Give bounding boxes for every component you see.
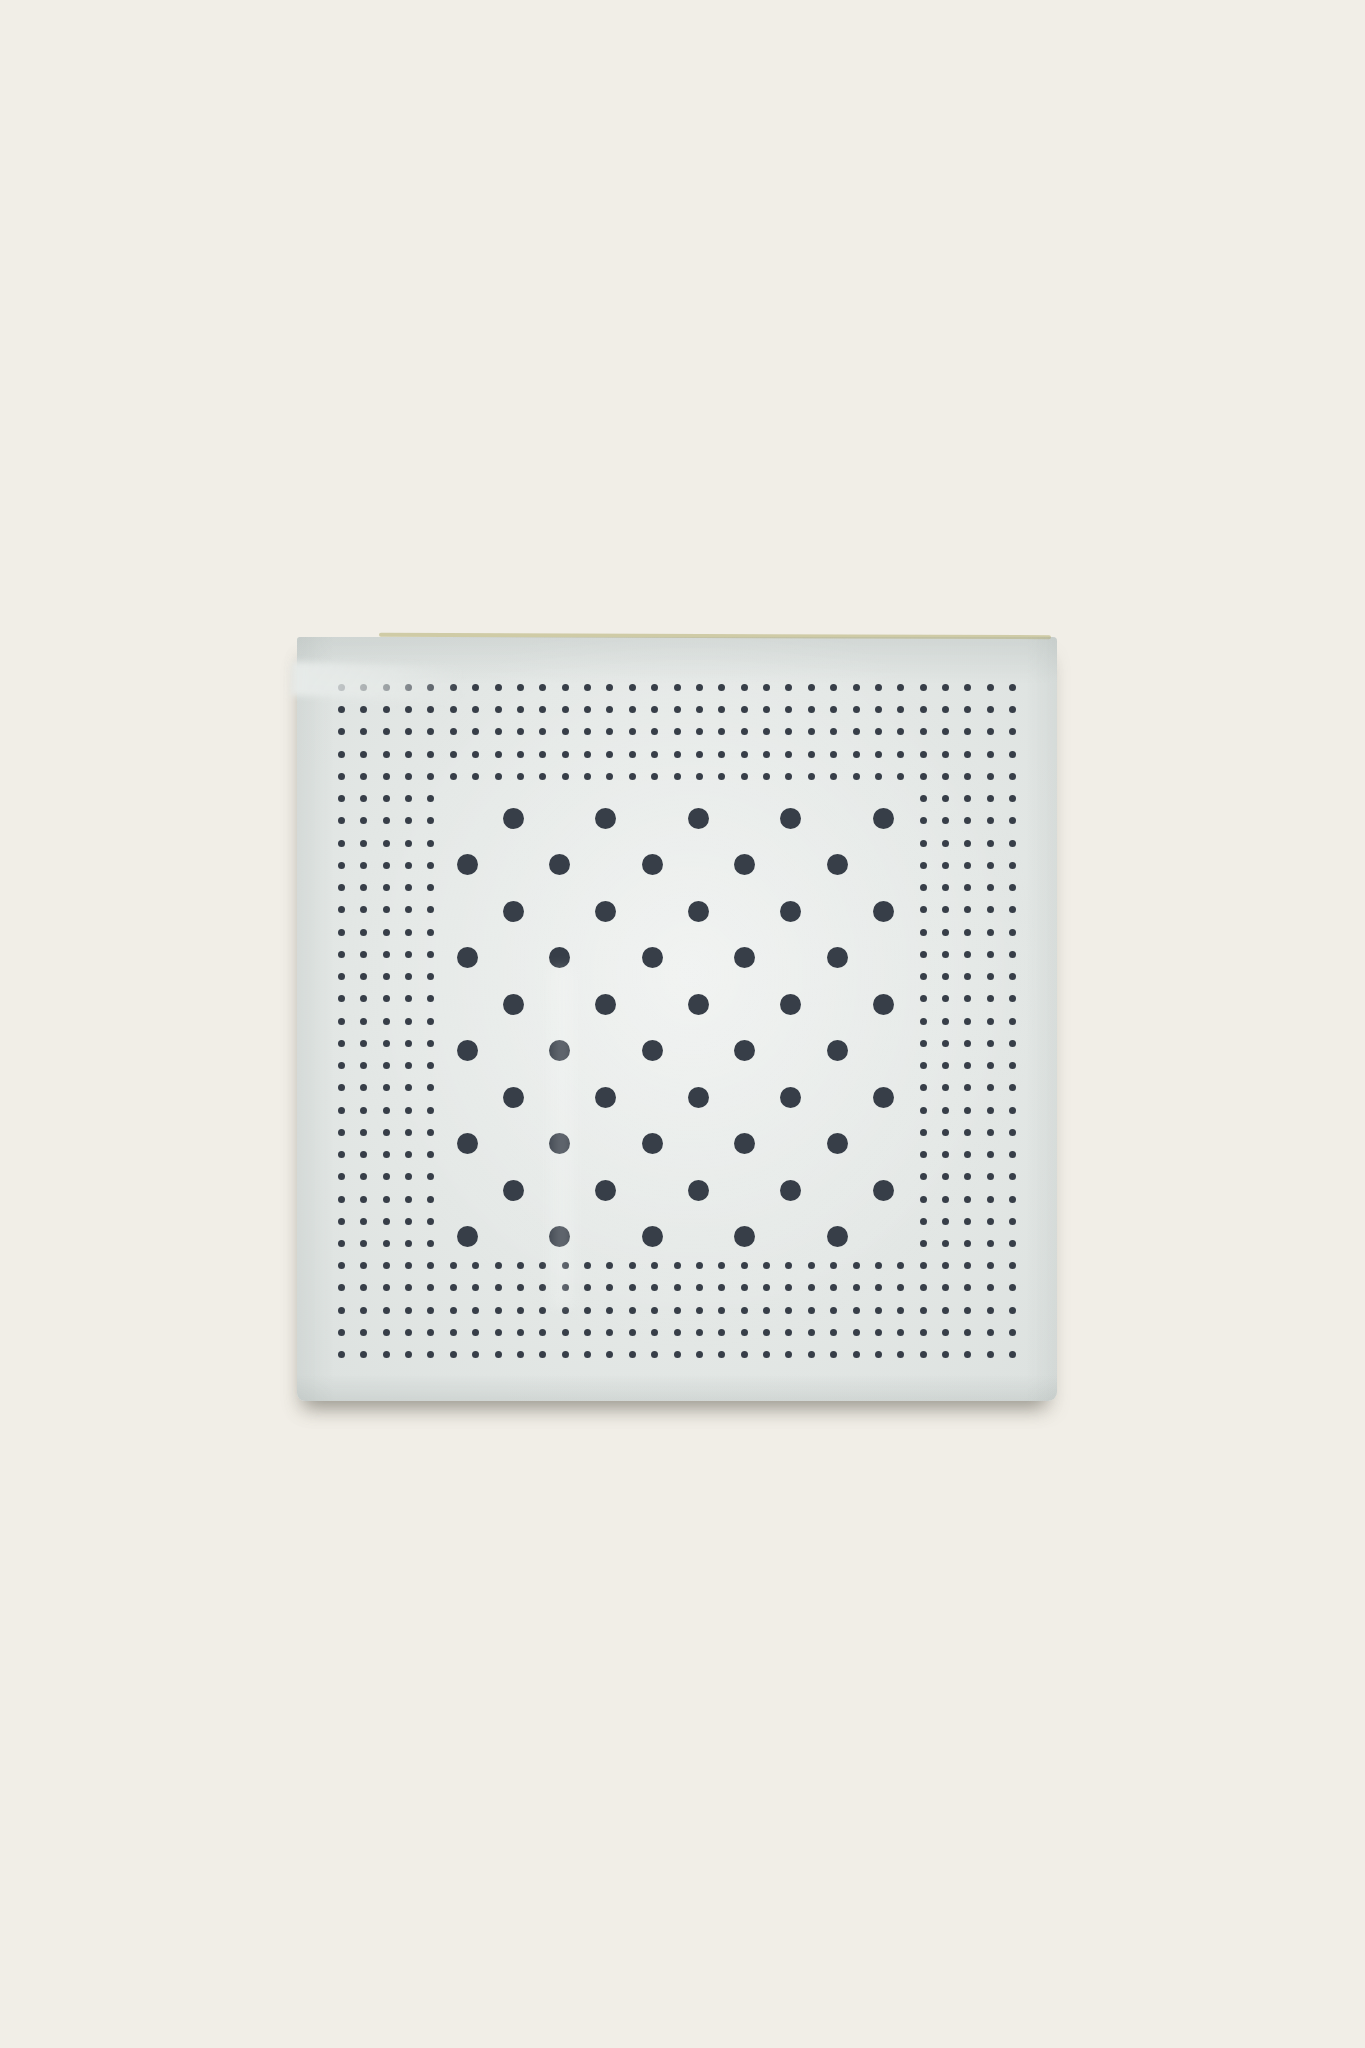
small-dot	[718, 751, 725, 758]
small-dot	[539, 773, 546, 780]
small-dot	[853, 1262, 860, 1269]
small-dot	[360, 795, 367, 802]
large-dot	[827, 1133, 848, 1154]
small-dot	[696, 773, 703, 780]
small-dot	[629, 1284, 636, 1291]
large-dot	[549, 1226, 570, 1247]
small-dot	[517, 728, 524, 735]
small-dot	[897, 1262, 904, 1269]
small-dot	[405, 773, 412, 780]
large-dot	[780, 901, 801, 922]
small-dot	[964, 906, 971, 913]
small-dot	[718, 1351, 725, 1358]
small-dot	[741, 1307, 748, 1314]
large-dot	[595, 808, 616, 829]
small-dot	[584, 684, 591, 691]
small-dot	[427, 817, 434, 824]
small-dot	[338, 684, 345, 691]
small-dot	[741, 751, 748, 758]
small-dot	[539, 1351, 546, 1358]
small-dot	[964, 862, 971, 869]
small-dot	[1009, 1107, 1016, 1114]
small-dot	[785, 706, 792, 713]
small-dot	[987, 1351, 994, 1358]
small-dot	[338, 1351, 345, 1358]
small-dot	[651, 1262, 658, 1269]
small-dot	[338, 1129, 345, 1136]
small-dot	[875, 684, 882, 691]
small-dot	[942, 1040, 949, 1047]
small-dot	[964, 817, 971, 824]
small-dot	[808, 1262, 815, 1269]
small-dot	[606, 1307, 613, 1314]
small-dot	[383, 1173, 390, 1180]
small-dot	[405, 1351, 412, 1358]
small-dot	[920, 751, 927, 758]
small-dot	[987, 706, 994, 713]
small-dot	[383, 1307, 390, 1314]
small-dot	[942, 706, 949, 713]
small-dot	[987, 1018, 994, 1025]
small-dot	[383, 1129, 390, 1136]
small-dot	[383, 728, 390, 735]
small-dot	[964, 840, 971, 847]
small-dot	[987, 728, 994, 735]
small-dot	[987, 1084, 994, 1091]
small-dot	[383, 1218, 390, 1225]
large-dot	[457, 854, 478, 875]
small-dot	[405, 1329, 412, 1336]
small-dot	[964, 1307, 971, 1314]
small-dot	[920, 1173, 927, 1180]
small-dot	[360, 1107, 367, 1114]
small-dot	[360, 840, 367, 847]
small-dot	[987, 1240, 994, 1247]
small-dot	[1009, 773, 1016, 780]
small-dot	[539, 706, 546, 713]
small-dot	[1009, 973, 1016, 980]
small-dot	[987, 884, 994, 891]
small-dot	[853, 728, 860, 735]
small-dot	[562, 1307, 569, 1314]
small-dot	[875, 1284, 882, 1291]
small-dot	[942, 862, 949, 869]
small-dot	[360, 817, 367, 824]
small-dot	[920, 995, 927, 1002]
large-dot	[827, 1226, 848, 1247]
small-dot	[964, 1329, 971, 1336]
small-dot	[405, 1307, 412, 1314]
small-dot	[942, 929, 949, 936]
small-dot	[427, 1129, 434, 1136]
small-dot	[897, 1351, 904, 1358]
small-dot	[942, 773, 949, 780]
small-dot	[405, 1218, 412, 1225]
small-dot	[405, 795, 412, 802]
small-dot	[1009, 951, 1016, 958]
small-dot	[763, 1329, 770, 1336]
small-dot	[964, 1351, 971, 1358]
large-dot	[595, 1180, 616, 1201]
small-dot	[629, 751, 636, 758]
small-dot	[360, 862, 367, 869]
small-dot	[629, 1307, 636, 1314]
small-dot	[987, 995, 994, 1002]
small-dot	[808, 1329, 815, 1336]
small-dot	[405, 973, 412, 980]
small-dot	[785, 1284, 792, 1291]
small-dot	[741, 1262, 748, 1269]
small-dot	[383, 973, 390, 980]
small-dot	[383, 1040, 390, 1047]
small-dot	[450, 1262, 457, 1269]
small-dot	[942, 884, 949, 891]
small-dot	[808, 728, 815, 735]
large-dot	[827, 1040, 848, 1061]
small-dot	[830, 1262, 837, 1269]
small-dot	[562, 706, 569, 713]
small-dot	[830, 751, 837, 758]
small-dot	[562, 728, 569, 735]
small-dot	[539, 1329, 546, 1336]
small-dot	[383, 1351, 390, 1358]
small-dot	[987, 862, 994, 869]
small-dot	[338, 906, 345, 913]
small-dot	[383, 1084, 390, 1091]
small-dot	[785, 1307, 792, 1314]
small-dot	[360, 728, 367, 735]
small-dot	[875, 1307, 882, 1314]
small-dot	[584, 751, 591, 758]
small-dot	[920, 1262, 927, 1269]
product-photo-canvas	[0, 0, 1365, 2048]
small-dot	[472, 684, 479, 691]
small-dot	[920, 773, 927, 780]
small-dot	[1009, 817, 1016, 824]
small-dot	[495, 773, 502, 780]
small-dot	[763, 1351, 770, 1358]
large-dot	[503, 808, 524, 829]
small-dot	[651, 706, 658, 713]
small-dot	[495, 1284, 502, 1291]
small-dot	[495, 1329, 502, 1336]
small-dot	[360, 684, 367, 691]
small-dot	[405, 1173, 412, 1180]
small-dot	[360, 1018, 367, 1025]
small-dot	[517, 684, 524, 691]
large-dot	[503, 994, 524, 1015]
small-dot	[427, 1173, 434, 1180]
large-dot	[503, 1087, 524, 1108]
small-dot	[763, 1284, 770, 1291]
small-dot	[942, 1329, 949, 1336]
small-dot	[338, 1218, 345, 1225]
small-dot	[808, 1351, 815, 1358]
small-dot	[427, 1218, 434, 1225]
small-dot	[987, 751, 994, 758]
small-dot	[472, 773, 479, 780]
small-dot	[517, 751, 524, 758]
small-dot	[696, 728, 703, 735]
small-dot	[808, 1307, 815, 1314]
small-dot	[1009, 1151, 1016, 1158]
small-dot	[405, 1129, 412, 1136]
small-dot	[539, 1262, 546, 1269]
small-dot	[741, 1351, 748, 1358]
small-dot	[405, 906, 412, 913]
small-dot	[920, 1018, 927, 1025]
small-dot	[606, 1329, 613, 1336]
small-dot	[897, 1307, 904, 1314]
small-dot	[427, 1196, 434, 1203]
small-dot	[338, 728, 345, 735]
small-dot	[920, 973, 927, 980]
small-dot	[830, 1284, 837, 1291]
small-dot	[942, 1107, 949, 1114]
small-dot	[606, 684, 613, 691]
small-dot	[920, 1329, 927, 1336]
small-dot	[987, 1129, 994, 1136]
small-dot	[338, 795, 345, 802]
small-dot	[427, 795, 434, 802]
small-dot	[920, 929, 927, 936]
small-dot	[853, 1351, 860, 1358]
small-dot	[853, 1307, 860, 1314]
small-dot	[360, 951, 367, 958]
small-dot	[450, 751, 457, 758]
small-dot	[562, 1284, 569, 1291]
small-dot	[383, 862, 390, 869]
small-dot	[383, 684, 390, 691]
small-dot	[405, 1196, 412, 1203]
large-dot	[780, 994, 801, 1015]
small-dot	[427, 1018, 434, 1025]
small-dot	[875, 1262, 882, 1269]
small-dot	[830, 1351, 837, 1358]
small-dot	[942, 995, 949, 1002]
small-dot	[1009, 929, 1016, 936]
small-dot	[584, 1351, 591, 1358]
large-dot	[827, 947, 848, 968]
small-dot	[897, 706, 904, 713]
small-dot	[1009, 1262, 1016, 1269]
small-dot	[964, 1173, 971, 1180]
small-dot	[584, 1329, 591, 1336]
small-dot	[853, 1329, 860, 1336]
small-dot	[427, 684, 434, 691]
small-dot	[674, 684, 681, 691]
small-dot	[808, 1284, 815, 1291]
small-dot	[405, 751, 412, 758]
small-dot	[472, 1307, 479, 1314]
small-dot	[383, 1151, 390, 1158]
small-dot	[718, 1329, 725, 1336]
small-dot	[517, 1262, 524, 1269]
small-dot	[964, 795, 971, 802]
small-dot	[763, 706, 770, 713]
small-dot	[539, 684, 546, 691]
small-dot	[427, 706, 434, 713]
small-dot	[383, 1062, 390, 1069]
small-dot	[450, 1284, 457, 1291]
small-dot	[674, 1284, 681, 1291]
small-dot	[517, 1307, 524, 1314]
small-dot	[651, 1351, 658, 1358]
small-dot	[539, 728, 546, 735]
small-dot	[987, 684, 994, 691]
small-dot	[338, 1084, 345, 1091]
small-dot	[942, 1173, 949, 1180]
small-dot	[360, 1262, 367, 1269]
small-dot	[383, 1262, 390, 1269]
small-dot	[495, 728, 502, 735]
small-dot	[920, 1040, 927, 1047]
small-dot	[808, 751, 815, 758]
small-dot	[383, 1196, 390, 1203]
small-dot	[830, 773, 837, 780]
small-dot	[808, 773, 815, 780]
small-dot	[383, 817, 390, 824]
small-dot	[875, 1329, 882, 1336]
small-dot	[427, 1351, 434, 1358]
small-dot	[875, 706, 882, 713]
small-dot	[405, 684, 412, 691]
small-dot	[472, 1262, 479, 1269]
small-dot	[897, 773, 904, 780]
small-dot	[942, 906, 949, 913]
small-dot	[383, 751, 390, 758]
small-dot	[584, 773, 591, 780]
small-dot	[741, 1284, 748, 1291]
small-dot	[920, 728, 927, 735]
small-dot	[942, 795, 949, 802]
small-dot	[383, 1329, 390, 1336]
small-dot	[338, 773, 345, 780]
large-dot	[734, 1040, 755, 1061]
small-dot	[629, 773, 636, 780]
small-dot	[405, 1062, 412, 1069]
small-dot	[427, 1084, 434, 1091]
small-dot	[495, 684, 502, 691]
small-dot	[1009, 1084, 1016, 1091]
small-dot	[360, 973, 367, 980]
small-dot	[718, 728, 725, 735]
small-dot	[495, 1262, 502, 1269]
large-dot	[642, 947, 663, 968]
small-dot	[360, 1040, 367, 1047]
small-dot	[785, 1329, 792, 1336]
small-dot	[942, 1129, 949, 1136]
small-dot	[696, 1329, 703, 1336]
small-dot	[987, 817, 994, 824]
small-dot	[741, 706, 748, 713]
small-dot	[987, 795, 994, 802]
small-dot	[517, 1329, 524, 1336]
small-dot	[808, 684, 815, 691]
small-dot	[338, 929, 345, 936]
small-dot	[741, 684, 748, 691]
small-dot	[427, 1151, 434, 1158]
small-dot	[987, 1329, 994, 1336]
small-dot	[584, 1307, 591, 1314]
small-dot	[853, 773, 860, 780]
small-dot	[1009, 840, 1016, 847]
small-dot	[920, 795, 927, 802]
small-dot	[1009, 862, 1016, 869]
large-dot	[642, 1133, 663, 1154]
small-dot	[741, 1329, 748, 1336]
small-dot	[920, 1351, 927, 1358]
small-dot	[427, 995, 434, 1002]
large-dot	[549, 1040, 570, 1061]
small-dot	[360, 929, 367, 936]
small-dot	[383, 1018, 390, 1025]
small-dot	[920, 1218, 927, 1225]
large-dot	[780, 808, 801, 829]
small-dot	[651, 1307, 658, 1314]
small-dot	[338, 1196, 345, 1203]
small-dot	[853, 706, 860, 713]
small-dot	[405, 1262, 412, 1269]
small-dot	[897, 751, 904, 758]
small-dot	[920, 684, 927, 691]
small-dot	[427, 1329, 434, 1336]
small-dot	[338, 1040, 345, 1047]
small-dot	[875, 751, 882, 758]
small-dot	[450, 773, 457, 780]
small-dot	[360, 1351, 367, 1358]
small-dot	[427, 906, 434, 913]
small-dot	[875, 728, 882, 735]
small-dot	[405, 1240, 412, 1247]
small-dot	[472, 1284, 479, 1291]
small-dot	[383, 773, 390, 780]
small-dot	[987, 1062, 994, 1069]
small-dot	[920, 1084, 927, 1091]
large-dot	[873, 1180, 894, 1201]
small-dot	[674, 728, 681, 735]
small-dot	[875, 773, 882, 780]
small-dot	[495, 751, 502, 758]
large-dot	[688, 1087, 709, 1108]
small-dot	[964, 973, 971, 980]
small-dot	[427, 728, 434, 735]
small-dot	[987, 1173, 994, 1180]
small-dot	[562, 1262, 569, 1269]
small-dot	[338, 1307, 345, 1314]
small-dot	[629, 684, 636, 691]
small-dot	[674, 1351, 681, 1358]
small-dot	[360, 1284, 367, 1291]
small-dot	[920, 1307, 927, 1314]
small-dot	[674, 706, 681, 713]
large-dot	[642, 854, 663, 875]
small-dot	[942, 1196, 949, 1203]
large-dot	[642, 1040, 663, 1061]
small-dot	[450, 684, 457, 691]
small-dot	[651, 728, 658, 735]
small-dot	[338, 995, 345, 1002]
small-dot	[853, 751, 860, 758]
small-dot	[964, 1040, 971, 1047]
small-dot	[338, 1062, 345, 1069]
small-dot	[338, 1329, 345, 1336]
small-dot	[1009, 1040, 1016, 1047]
small-dot	[606, 1351, 613, 1358]
small-dot	[360, 1240, 367, 1247]
small-dot	[763, 751, 770, 758]
small-dot	[897, 1284, 904, 1291]
